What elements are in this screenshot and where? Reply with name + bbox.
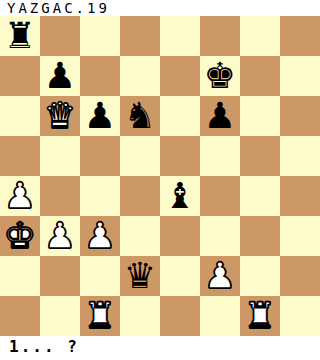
square-d7[interactable] [120,56,160,96]
square-b5[interactable] [40,136,80,176]
square-g3[interactable] [240,216,280,256]
square-f6[interactable]: ♟ [200,96,240,136]
white-rook: ♜ [244,296,276,336]
square-f2[interactable]: ♟ [200,256,240,296]
square-h7[interactable] [280,56,320,96]
square-e3[interactable] [160,216,200,256]
square-a8[interactable]: ♜ [0,16,40,56]
square-a1[interactable] [0,296,40,336]
square-e4[interactable]: ♝ [160,176,200,216]
white-pawn: ♟ [84,216,116,256]
black-pawn: ♟ [44,56,76,96]
square-b8[interactable] [40,16,80,56]
square-c1[interactable]: ♜ [80,296,120,336]
square-h2[interactable] [280,256,320,296]
black-knight: ♞ [124,96,156,136]
square-e5[interactable] [160,136,200,176]
black-bishop: ♝ [164,176,196,216]
square-d3[interactable] [120,216,160,256]
chess-diagram-page: YAZGAC.19 ♜♟♚♛♟♞♟♟♝♚♟♟♛♟♜♜ 1... ? [0,0,320,360]
square-h6[interactable] [280,96,320,136]
square-a4[interactable]: ♟ [0,176,40,216]
square-c7[interactable] [80,56,120,96]
square-f5[interactable] [200,136,240,176]
square-d6[interactable]: ♞ [120,96,160,136]
square-g8[interactable] [240,16,280,56]
square-d2[interactable]: ♛ [120,256,160,296]
square-e8[interactable] [160,16,200,56]
square-a7[interactable] [0,56,40,96]
square-d4[interactable] [120,176,160,216]
white-pawn: ♟ [44,216,76,256]
white-rook: ♜ [84,296,116,336]
square-g2[interactable] [240,256,280,296]
square-e1[interactable] [160,296,200,336]
square-d1[interactable] [120,296,160,336]
white-pawn: ♟ [204,256,236,296]
square-g5[interactable] [240,136,280,176]
square-c3[interactable]: ♟ [80,216,120,256]
square-a3[interactable]: ♚ [0,216,40,256]
square-h8[interactable] [280,16,320,56]
square-c4[interactable] [80,176,120,216]
square-h3[interactable] [280,216,320,256]
black-rook: ♜ [4,16,36,56]
square-a6[interactable] [0,96,40,136]
square-h4[interactable] [280,176,320,216]
square-c6[interactable]: ♟ [80,96,120,136]
square-b3[interactable]: ♟ [40,216,80,256]
white-king: ♚ [4,216,36,256]
black-king: ♚ [204,56,236,96]
black-pawn: ♟ [204,96,236,136]
square-c2[interactable] [80,256,120,296]
square-g4[interactable] [240,176,280,216]
square-g6[interactable] [240,96,280,136]
square-g1[interactable]: ♜ [240,296,280,336]
square-h1[interactable] [280,296,320,336]
square-f8[interactable] [200,16,240,56]
square-e2[interactable] [160,256,200,296]
square-h5[interactable] [280,136,320,176]
square-e7[interactable] [160,56,200,96]
square-f1[interactable] [200,296,240,336]
black-pawn: ♟ [84,96,116,136]
move-prompt: 1... ? [0,336,320,360]
square-b6[interactable]: ♛ [40,96,80,136]
square-g7[interactable] [240,56,280,96]
black-queen: ♛ [124,256,156,296]
square-b2[interactable] [40,256,80,296]
square-f3[interactable] [200,216,240,256]
square-d8[interactable] [120,16,160,56]
square-b7[interactable]: ♟ [40,56,80,96]
chess-board: ♜♟♚♛♟♞♟♟♝♚♟♟♛♟♜♜ [0,16,320,336]
square-c5[interactable] [80,136,120,176]
white-queen: ♛ [44,96,76,136]
square-b1[interactable] [40,296,80,336]
square-d5[interactable] [120,136,160,176]
square-a2[interactable] [0,256,40,296]
white-pawn: ♟ [4,176,36,216]
square-f4[interactable] [200,176,240,216]
square-a5[interactable] [0,136,40,176]
square-f7[interactable]: ♚ [200,56,240,96]
square-b4[interactable] [40,176,80,216]
square-e6[interactable] [160,96,200,136]
puzzle-title: YAZGAC.19 [0,0,320,16]
square-c8[interactable] [80,16,120,56]
